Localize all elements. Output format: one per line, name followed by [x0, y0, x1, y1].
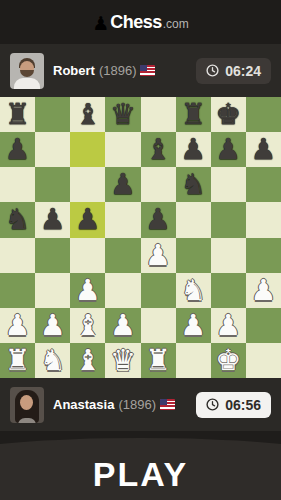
player-info-top: Robert (1896) [53, 63, 187, 78]
square-a2[interactable]: ♟ [0, 308, 35, 343]
piece-black-bishop: ♝ [75, 97, 101, 132]
square-c5[interactable]: ♟ [70, 202, 105, 237]
square-g1[interactable]: ♚ [211, 343, 246, 378]
square-b8[interactable] [35, 97, 70, 132]
square-f2[interactable]: ♟ [176, 308, 211, 343]
square-c2[interactable]: ♝ [70, 308, 105, 343]
square-a8[interactable]: ♜ [0, 97, 35, 132]
piece-black-pawn: ♟ [145, 202, 171, 237]
square-f6[interactable]: ♞ [176, 167, 211, 202]
square-g7[interactable]: ♟ [211, 132, 246, 167]
square-f8[interactable]: ♜ [176, 97, 211, 132]
square-a1[interactable]: ♜ [0, 343, 35, 378]
piece-white-pawn: ♟ [180, 308, 206, 343]
square-h5[interactable] [246, 202, 281, 237]
piece-black-bishop: ♝ [145, 132, 171, 167]
avatar-shirt [14, 78, 40, 89]
square-b2[interactable]: ♟ [35, 308, 70, 343]
play-button[interactable]: PLAY [93, 455, 189, 494]
square-b1[interactable]: ♞ [35, 343, 70, 378]
clock-icon [206, 398, 219, 411]
square-a7[interactable]: ♟ [0, 132, 35, 167]
app-screen: ♟ Chess .com Robert (1896) 06:24 ♜♝♛♜♚♟♝… [0, 0, 281, 500]
square-e8[interactable] [141, 97, 176, 132]
piece-black-pawn: ♟ [110, 167, 136, 202]
square-a5[interactable]: ♞ [0, 202, 35, 237]
square-d6[interactable]: ♟ [105, 167, 140, 202]
square-e2[interactable] [141, 308, 176, 343]
piece-black-pawn: ♟ [250, 132, 276, 167]
square-c3[interactable]: ♟ [70, 273, 105, 308]
square-b7[interactable] [35, 132, 70, 167]
piece-white-bishop: ♝ [75, 343, 101, 378]
piece-white-knight: ♞ [180, 273, 206, 308]
square-b3[interactable] [35, 273, 70, 308]
player-rating-top: (1896) [99, 63, 137, 78]
piece-white-pawn: ♟ [250, 273, 276, 308]
square-c8[interactable]: ♝ [70, 97, 105, 132]
square-e6[interactable] [141, 167, 176, 202]
piece-white-pawn: ♟ [110, 308, 136, 343]
us-flag-icon [160, 399, 175, 410]
square-d5[interactable] [105, 202, 140, 237]
square-f4[interactable] [176, 238, 211, 273]
square-h7[interactable]: ♟ [246, 132, 281, 167]
avatar-beard [20, 70, 34, 77]
square-e3[interactable] [141, 273, 176, 308]
piece-black-pawn: ♟ [40, 202, 66, 237]
play-surface: PLAY [0, 438, 281, 500]
square-a4[interactable] [0, 238, 35, 273]
square-c4[interactable] [70, 238, 105, 273]
player-bar-bottom: Anastasia (1896) 06:56 [0, 378, 281, 431]
player-bar-top: Robert (1896) 06:24 [0, 44, 281, 97]
square-d1[interactable]: ♛ [105, 343, 140, 378]
square-a6[interactable] [0, 167, 35, 202]
clock-icon [206, 64, 219, 77]
piece-black-pawn: ♟ [215, 132, 241, 167]
square-d4[interactable] [105, 238, 140, 273]
piece-white-king: ♚ [215, 343, 241, 378]
player-info-bottom: Anastasia (1896) [53, 397, 187, 412]
piece-black-knight: ♞ [5, 202, 31, 237]
piece-black-rook: ♜ [5, 97, 31, 132]
piece-black-queen: ♛ [110, 97, 136, 132]
piece-white-pawn: ♟ [5, 308, 31, 343]
piece-white-knight: ♞ [40, 343, 66, 378]
piece-black-king: ♚ [215, 97, 241, 132]
square-e7[interactable]: ♝ [141, 132, 176, 167]
square-b5[interactable]: ♟ [35, 202, 70, 237]
square-f7[interactable]: ♟ [176, 132, 211, 167]
square-h1[interactable] [246, 343, 281, 378]
square-d3[interactable] [105, 273, 140, 308]
piece-black-pawn: ♟ [180, 132, 206, 167]
piece-black-knight: ♞ [180, 167, 206, 202]
square-g8[interactable]: ♚ [211, 97, 246, 132]
piece-white-pawn: ♟ [75, 273, 101, 308]
player-rating-bottom: (1896) [118, 397, 156, 412]
piece-black-pawn: ♟ [75, 202, 101, 237]
clock-white: 06:56 [196, 392, 271, 418]
square-c6[interactable] [70, 167, 105, 202]
square-g5[interactable] [211, 202, 246, 237]
player-name-top: Robert [53, 63, 95, 78]
square-b6[interactable] [35, 167, 70, 202]
square-h8[interactable] [246, 97, 281, 132]
piece-black-rook: ♜ [180, 97, 206, 132]
header: ♟ Chess .com [0, 0, 281, 44]
square-h4[interactable] [246, 238, 281, 273]
clock-time-bottom: 06:56 [225, 397, 261, 413]
piece-white-bishop: ♝ [75, 308, 101, 343]
player-name-bottom: Anastasia [53, 397, 114, 412]
us-flag-icon [140, 65, 155, 76]
piece-white-pawn: ♟ [215, 308, 241, 343]
chess-board[interactable]: ♜♝♛♜♚♟♝♟♟♟♟♞♞♟♟♟♟♟♞♟♟♟♝♟♟♟♜♞♝♛♜♚ [0, 97, 281, 378]
square-g3[interactable] [211, 273, 246, 308]
square-h6[interactable] [246, 167, 281, 202]
piece-white-rook: ♜ [145, 343, 171, 378]
avatar-anastasia[interactable] [10, 387, 44, 423]
piece-white-queen: ♛ [110, 343, 136, 378]
square-h2[interactable] [246, 308, 281, 343]
square-h3[interactable]: ♟ [246, 273, 281, 308]
square-g4[interactable] [211, 238, 246, 273]
square-f5[interactable] [176, 202, 211, 237]
square-c1[interactable]: ♝ [70, 343, 105, 378]
square-a3[interactable] [0, 273, 35, 308]
clock-black: 06:24 [196, 58, 271, 84]
square-d7[interactable] [105, 132, 140, 167]
piece-white-pawn: ♟ [145, 238, 171, 273]
piece-black-pawn: ♟ [5, 132, 31, 167]
square-e4[interactable]: ♟ [141, 238, 176, 273]
logo-suffix: .com [163, 17, 189, 31]
square-f3[interactable]: ♞ [176, 273, 211, 308]
avatar-face [20, 395, 33, 410]
square-e5[interactable]: ♟ [141, 202, 176, 237]
square-f1[interactable] [176, 343, 211, 378]
play-section: PLAY [0, 431, 281, 500]
clock-time-top: 06:24 [225, 63, 261, 79]
square-e1[interactable]: ♜ [141, 343, 176, 378]
square-d8[interactable]: ♛ [105, 97, 140, 132]
pawn-logo-icon: ♟ [92, 14, 109, 33]
square-g6[interactable] [211, 167, 246, 202]
piece-white-rook: ♜ [5, 343, 31, 378]
logo-text: Chess [110, 12, 162, 33]
square-g2[interactable]: ♟ [211, 308, 246, 343]
square-c7[interactable] [70, 132, 105, 167]
avatar-robert[interactable] [10, 53, 44, 89]
square-b4[interactable] [35, 238, 70, 273]
square-d2[interactable]: ♟ [105, 308, 140, 343]
chesscom-logo: ♟ Chess .com [92, 12, 189, 33]
piece-white-pawn: ♟ [40, 308, 66, 343]
